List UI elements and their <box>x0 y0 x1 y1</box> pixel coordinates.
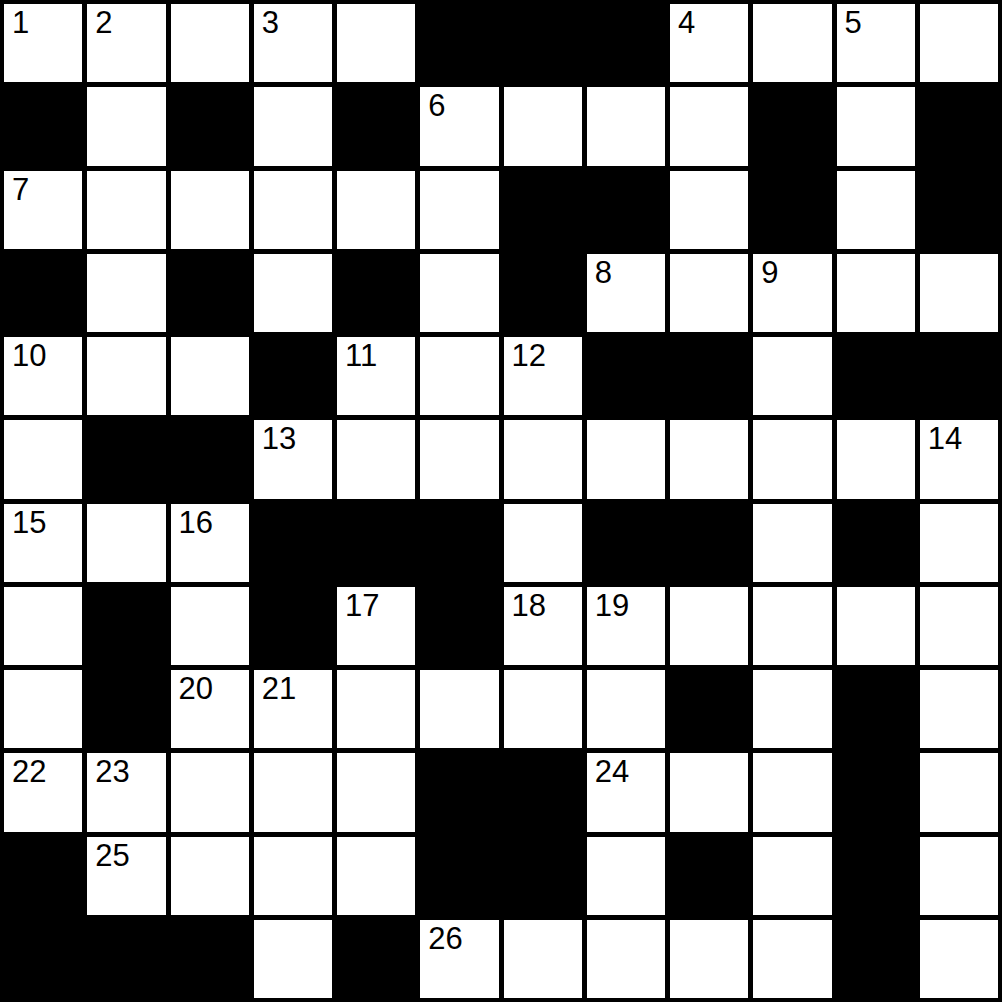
black-cell-r6c8 <box>670 504 748 582</box>
white-cell-r1c6[interactable] <box>504 87 582 165</box>
white-cell-r0c3[interactable]: 3 <box>254 4 332 82</box>
white-cell-r7c6[interactable]: 18 <box>504 587 582 665</box>
white-cell-r2c8[interactable] <box>670 171 748 249</box>
white-cell-r3c5[interactable] <box>420 254 498 332</box>
black-cell-r9c5 <box>420 753 498 831</box>
clue-number-19: 19 <box>595 589 629 623</box>
black-cell-r10c5 <box>420 837 498 915</box>
clue-number-2: 2 <box>95 6 112 40</box>
white-cell-r7c0[interactable] <box>4 587 82 665</box>
clue-number-15: 15 <box>12 506 46 540</box>
white-cell-r0c2[interactable] <box>171 4 249 82</box>
black-cell-r5c2 <box>171 420 249 498</box>
white-cell-r4c9[interactable] <box>753 337 831 415</box>
black-cell-r8c8 <box>670 670 748 748</box>
white-cell-r2c1[interactable] <box>87 171 165 249</box>
black-cell-r5c1 <box>87 420 165 498</box>
white-cell-r10c4[interactable] <box>337 837 415 915</box>
white-cell-r11c5[interactable]: 26 <box>420 920 498 998</box>
white-cell-r5c8[interactable] <box>670 420 748 498</box>
black-cell-r11c1 <box>87 920 165 998</box>
white-cell-r8c6[interactable] <box>504 670 582 748</box>
clue-number-14: 14 <box>928 422 962 456</box>
white-cell-r4c2[interactable] <box>171 337 249 415</box>
white-cell-r9c2[interactable] <box>171 753 249 831</box>
white-cell-r4c0[interactable]: 10 <box>4 337 82 415</box>
black-cell-r8c1 <box>87 670 165 748</box>
white-cell-r7c8[interactable] <box>670 587 748 665</box>
white-cell-r10c3[interactable] <box>254 837 332 915</box>
white-cell-r5c11[interactable]: 14 <box>920 420 998 498</box>
white-cell-r11c3[interactable] <box>254 920 332 998</box>
crossword-grid: 1234567891011121314151617181920212223242… <box>0 0 1002 1002</box>
black-cell-r4c3 <box>254 337 332 415</box>
black-cell-r9c6 <box>504 753 582 831</box>
white-cell-r6c6[interactable] <box>504 504 582 582</box>
white-cell-r2c4[interactable] <box>337 171 415 249</box>
black-cell-r4c8 <box>670 337 748 415</box>
white-cell-r0c4[interactable] <box>337 4 415 82</box>
black-cell-r11c4 <box>337 920 415 998</box>
white-cell-r1c5[interactable]: 6 <box>420 87 498 165</box>
white-cell-r8c9[interactable] <box>753 670 831 748</box>
black-cell-r2c11 <box>920 171 998 249</box>
clue-number-5: 5 <box>845 6 862 40</box>
black-cell-r10c8 <box>670 837 748 915</box>
black-cell-r3c4 <box>337 254 415 332</box>
clue-number-26: 26 <box>428 922 462 956</box>
black-cell-r4c11 <box>920 337 998 415</box>
white-cell-r10c11[interactable] <box>920 837 998 915</box>
black-cell-r2c7 <box>587 171 665 249</box>
white-cell-r11c9[interactable] <box>753 920 831 998</box>
black-cell-r11c2 <box>171 920 249 998</box>
clue-number-4: 4 <box>678 6 695 40</box>
white-cell-r1c3[interactable] <box>254 87 332 165</box>
white-cell-r9c4[interactable] <box>337 753 415 831</box>
clue-number-12: 12 <box>512 339 546 373</box>
white-cell-r8c11[interactable] <box>920 670 998 748</box>
black-cell-r7c3 <box>254 587 332 665</box>
white-cell-r7c7[interactable]: 19 <box>587 587 665 665</box>
white-cell-r3c3[interactable] <box>254 254 332 332</box>
white-cell-r7c4[interactable]: 17 <box>337 587 415 665</box>
clue-number-20: 20 <box>179 672 213 706</box>
white-cell-r3c11[interactable] <box>920 254 998 332</box>
black-cell-r4c7 <box>587 337 665 415</box>
black-cell-r1c9 <box>753 87 831 165</box>
black-cell-r6c7 <box>587 504 665 582</box>
clue-number-22: 22 <box>12 755 46 789</box>
black-cell-r6c4 <box>337 504 415 582</box>
white-cell-r3c9[interactable]: 9 <box>753 254 831 332</box>
black-cell-r2c6 <box>504 171 582 249</box>
white-cell-r8c4[interactable] <box>337 670 415 748</box>
white-cell-r1c1[interactable] <box>87 87 165 165</box>
black-cell-r0c5 <box>420 4 498 82</box>
white-cell-r2c5[interactable] <box>420 171 498 249</box>
black-cell-r3c2 <box>171 254 249 332</box>
white-cell-r2c2[interactable] <box>171 171 249 249</box>
black-cell-r11c10 <box>837 920 915 998</box>
white-cell-r10c9[interactable] <box>753 837 831 915</box>
white-cell-r8c5[interactable] <box>420 670 498 748</box>
clue-number-1: 1 <box>12 6 29 40</box>
white-cell-r3c8[interactable] <box>670 254 748 332</box>
white-cell-r8c3[interactable]: 21 <box>254 670 332 748</box>
clue-number-17: 17 <box>345 589 379 623</box>
white-cell-r9c7[interactable]: 24 <box>587 753 665 831</box>
white-cell-r0c8[interactable]: 4 <box>670 4 748 82</box>
white-cell-r4c5[interactable] <box>420 337 498 415</box>
black-cell-r0c6 <box>504 4 582 82</box>
white-cell-r5c4[interactable] <box>337 420 415 498</box>
clue-number-11: 11 <box>345 339 377 373</box>
white-cell-r8c2[interactable]: 20 <box>171 670 249 748</box>
white-cell-r9c3[interactable] <box>254 753 332 831</box>
white-cell-r5c0[interactable] <box>4 420 82 498</box>
clue-number-7: 7 <box>12 173 29 207</box>
white-cell-r9c1[interactable]: 23 <box>87 753 165 831</box>
white-cell-r3c7[interactable]: 8 <box>587 254 665 332</box>
white-cell-r11c8[interactable] <box>670 920 748 998</box>
white-cell-r7c9[interactable] <box>753 587 831 665</box>
white-cell-r0c11[interactable] <box>920 4 998 82</box>
black-cell-r10c10 <box>837 837 915 915</box>
white-cell-r11c6[interactable] <box>504 920 582 998</box>
white-cell-r4c4[interactable]: 11 <box>337 337 415 415</box>
clue-number-23: 23 <box>95 755 129 789</box>
black-cell-r6c3 <box>254 504 332 582</box>
white-cell-r9c0[interactable]: 22 <box>4 753 82 831</box>
white-cell-r1c10[interactable] <box>837 87 915 165</box>
black-cell-r0c7 <box>587 4 665 82</box>
black-cell-r1c2 <box>171 87 249 165</box>
clue-number-8: 8 <box>595 256 612 290</box>
black-cell-r11c0 <box>4 920 82 998</box>
clue-number-18: 18 <box>512 589 546 623</box>
white-cell-r3c10[interactable] <box>837 254 915 332</box>
white-cell-r6c2[interactable]: 16 <box>171 504 249 582</box>
white-cell-r0c1[interactable]: 2 <box>87 4 165 82</box>
clue-number-9: 9 <box>761 256 778 290</box>
white-cell-r6c11[interactable] <box>920 504 998 582</box>
black-cell-r10c6 <box>504 837 582 915</box>
black-cell-r3c0 <box>4 254 82 332</box>
white-cell-r0c10[interactable]: 5 <box>837 4 915 82</box>
black-cell-r7c1 <box>87 587 165 665</box>
black-cell-r10c0 <box>4 837 82 915</box>
white-cell-r6c0[interactable]: 15 <box>4 504 82 582</box>
white-cell-r10c2[interactable] <box>171 837 249 915</box>
clue-number-24: 24 <box>595 755 629 789</box>
white-cell-r11c7[interactable] <box>587 920 665 998</box>
black-cell-r3c6 <box>504 254 582 332</box>
white-cell-r6c9[interactable] <box>753 504 831 582</box>
white-cell-r4c6[interactable]: 12 <box>504 337 582 415</box>
white-cell-r5c7[interactable] <box>587 420 665 498</box>
clue-number-16: 16 <box>179 506 213 540</box>
white-cell-r10c7[interactable] <box>587 837 665 915</box>
black-cell-r2c9 <box>753 171 831 249</box>
white-cell-r1c8[interactable] <box>670 87 748 165</box>
black-cell-r1c4 <box>337 87 415 165</box>
white-cell-r1c7[interactable] <box>587 87 665 165</box>
white-cell-r6c1[interactable] <box>87 504 165 582</box>
white-cell-r0c9[interactable] <box>753 4 831 82</box>
white-cell-r7c10[interactable] <box>837 587 915 665</box>
white-cell-r5c3[interactable]: 13 <box>254 420 332 498</box>
white-cell-r7c11[interactable] <box>920 587 998 665</box>
black-cell-r4c10 <box>837 337 915 415</box>
black-cell-r9c10 <box>837 753 915 831</box>
white-cell-r0c0[interactable]: 1 <box>4 4 82 82</box>
white-cell-r5c6[interactable] <box>504 420 582 498</box>
black-cell-r6c10 <box>837 504 915 582</box>
white-cell-r11c11[interactable] <box>920 920 998 998</box>
white-cell-r9c11[interactable] <box>920 753 998 831</box>
white-cell-r3c1[interactable] <box>87 254 165 332</box>
white-cell-r10c1[interactable]: 25 <box>87 837 165 915</box>
clue-number-6: 6 <box>428 89 445 123</box>
white-cell-r5c5[interactable] <box>420 420 498 498</box>
white-cell-r2c10[interactable] <box>837 171 915 249</box>
black-cell-r1c11 <box>920 87 998 165</box>
white-cell-r2c3[interactable] <box>254 171 332 249</box>
white-cell-r5c10[interactable] <box>837 420 915 498</box>
clue-number-21: 21 <box>262 672 296 706</box>
black-cell-r8c10 <box>837 670 915 748</box>
clue-number-25: 25 <box>95 839 129 873</box>
white-cell-r7c2[interactable] <box>171 587 249 665</box>
white-cell-r2c0[interactable]: 7 <box>4 171 82 249</box>
white-cell-r9c9[interactable] <box>753 753 831 831</box>
black-cell-r7c5 <box>420 587 498 665</box>
white-cell-r4c1[interactable] <box>87 337 165 415</box>
black-cell-r6c5 <box>420 504 498 582</box>
clue-number-13: 13 <box>262 422 296 456</box>
black-cell-r1c0 <box>4 87 82 165</box>
white-cell-r8c7[interactable] <box>587 670 665 748</box>
white-cell-r9c8[interactable] <box>670 753 748 831</box>
white-cell-r5c9[interactable] <box>753 420 831 498</box>
clue-number-10: 10 <box>12 339 46 373</box>
clue-number-3: 3 <box>262 6 279 40</box>
white-cell-r8c0[interactable] <box>4 670 82 748</box>
